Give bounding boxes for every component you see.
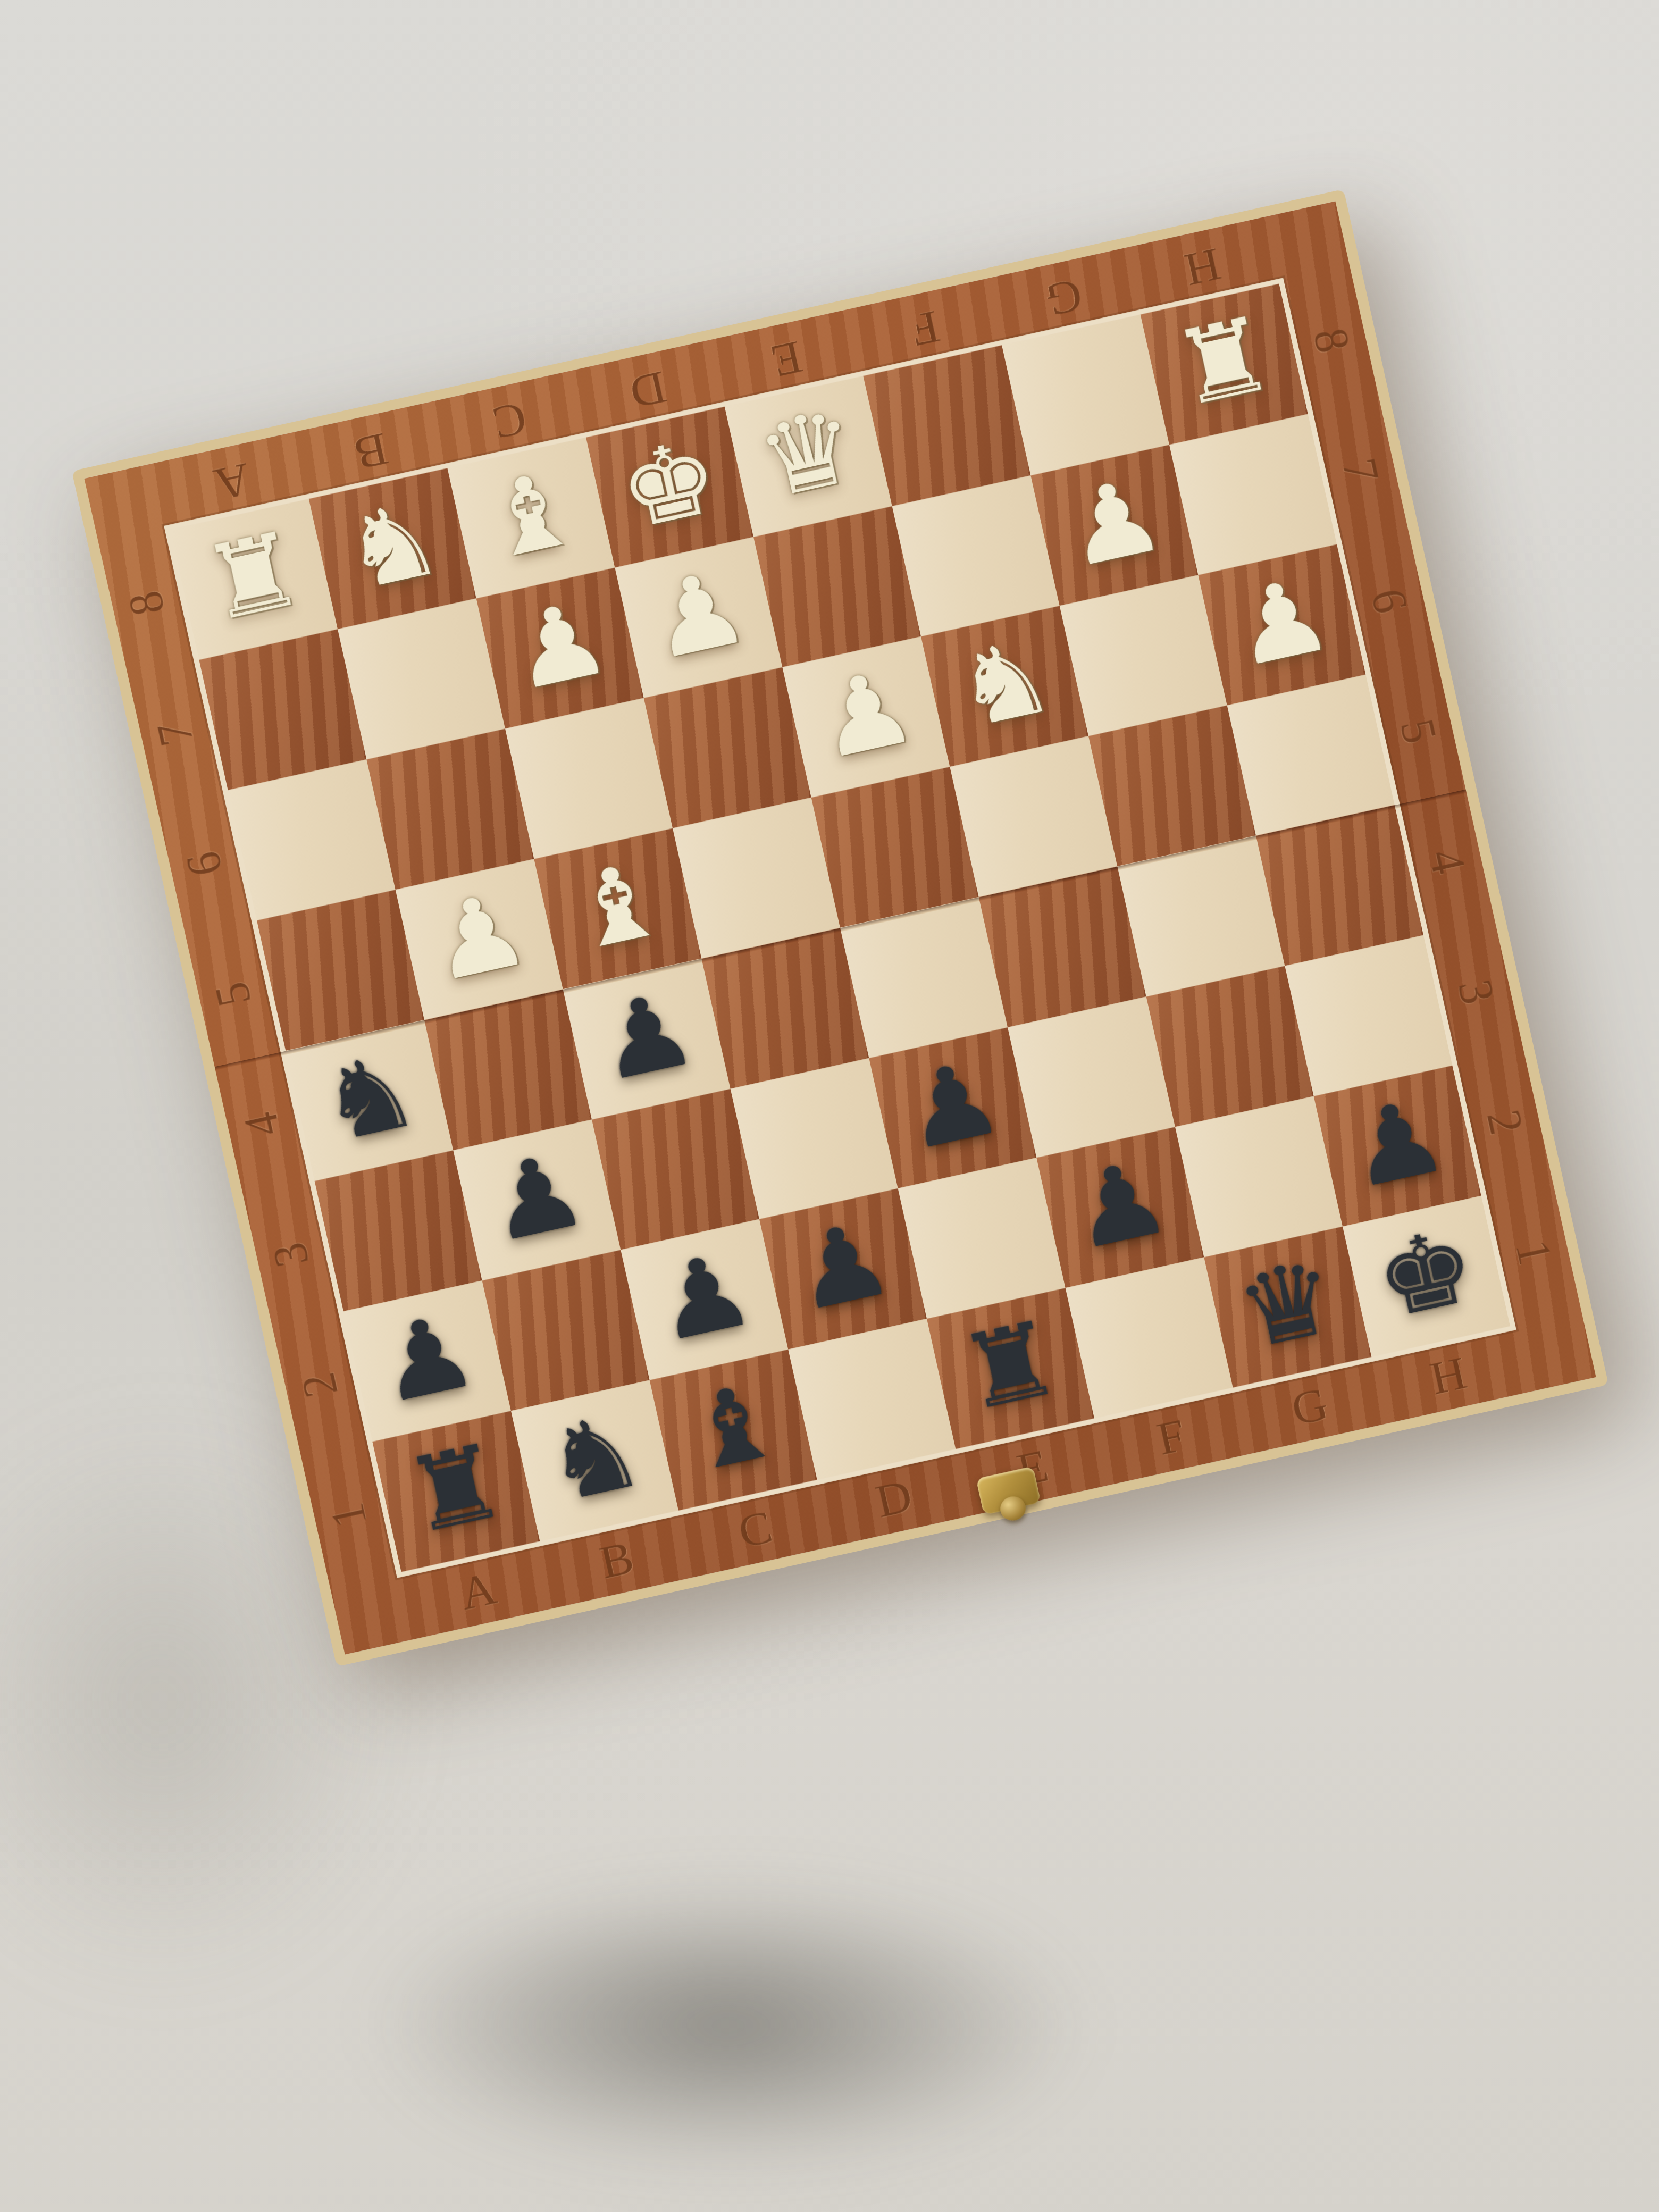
piece-black-pawn-b3[interactable]: ♟ [477, 1137, 595, 1258]
chess-board: ♜♞♝♚♛♜♟♟♟♟♞♟♟♝♞♟♟♟♟♟♟♟♟♜♞♝♜♛♚ AABBCCDDEE… [72, 189, 1608, 1667]
piece-black-rook-e1[interactable]: ♜ [951, 1305, 1069, 1426]
piece-black-queen-g1[interactable]: ♛ [1228, 1244, 1346, 1365]
piece-white-knight-f6[interactable]: ♞ [945, 623, 1063, 744]
piece-white-pawn-b5[interactable]: ♟ [420, 876, 537, 997]
piece-white-bishop-c5[interactable]: ♝ [558, 845, 676, 967]
photo-scene: ♜♞♝♚♛♜♟♟♟♟♞♟♟♝♞♟♟♟♟♟♟♟♟♜♞♝♜♛♚ AABBCCDDEE… [0, 0, 1659, 2212]
photographer-shadow [223, 1824, 1234, 2212]
piece-black-knight-b1[interactable]: ♞ [535, 1397, 653, 1519]
piece-white-queen-e8[interactable]: ♛ [749, 393, 866, 514]
wooden-board-frame: ♜♞♝♚♛♜♟♟♟♟♞♟♟♝♞♟♟♟♟♟♟♟♟♜♞♝♜♛♚ AABBCCDDEE… [72, 189, 1608, 1667]
piece-white-pawn-c7[interactable]: ♟ [500, 585, 618, 706]
piece-white-pawn-g7[interactable]: ♟ [1055, 462, 1172, 583]
piece-black-pawn-c4[interactable]: ♟ [587, 976, 705, 1097]
piece-white-bishop-c8[interactable]: ♝ [472, 455, 589, 576]
piece-black-pawn-f2[interactable]: ♟ [1061, 1144, 1178, 1265]
piece-white-king-d8[interactable]: ♚ [610, 424, 728, 545]
piece-white-pawn-d7[interactable]: ♟ [639, 554, 757, 675]
piece-white-knight-b8[interactable]: ♞ [333, 485, 450, 606]
piece-black-pawn-d2[interactable]: ♟ [784, 1205, 901, 1327]
piece-black-pawn-c2[interactable]: ♟ [645, 1236, 763, 1358]
piece-white-pawn-e6[interactable]: ♟ [807, 653, 924, 775]
piece-black-pawn-e3[interactable]: ♟ [893, 1044, 1011, 1166]
piece-black-bishop-c1[interactable]: ♝ [674, 1367, 791, 1488]
